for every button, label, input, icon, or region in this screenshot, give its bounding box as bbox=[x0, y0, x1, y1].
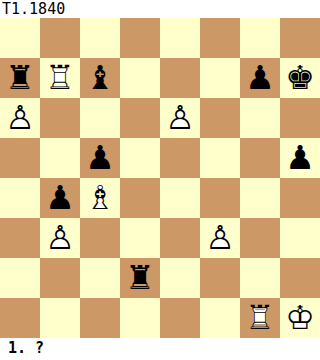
white-pawn: ♟♙ bbox=[160, 98, 200, 138]
square-d7[interactable] bbox=[120, 58, 160, 98]
square-f4[interactable] bbox=[200, 178, 240, 218]
square-c6[interactable] bbox=[80, 98, 120, 138]
black-pawn: ♟ bbox=[240, 58, 280, 98]
piece-fill: ♟ bbox=[280, 138, 320, 178]
square-d1[interactable] bbox=[120, 298, 160, 338]
piece-fill: ♟ bbox=[240, 58, 280, 98]
square-h2[interactable] bbox=[280, 258, 320, 298]
square-f5[interactable] bbox=[200, 138, 240, 178]
square-b7[interactable]: ♜♖ bbox=[40, 58, 80, 98]
move-prompt: 1. ? bbox=[0, 338, 320, 360]
black-bishop: ♝ bbox=[80, 58, 120, 98]
square-b4[interactable]: ♟ bbox=[40, 178, 80, 218]
square-d3[interactable] bbox=[120, 218, 160, 258]
piece-fill: ♜ bbox=[0, 58, 40, 98]
piece-outline: ♗ bbox=[80, 178, 120, 218]
square-h7[interactable]: ♚ bbox=[280, 58, 320, 98]
square-b8[interactable] bbox=[40, 18, 80, 58]
piece-outline: ♖ bbox=[240, 298, 280, 338]
square-b5[interactable] bbox=[40, 138, 80, 178]
square-e1[interactable] bbox=[160, 298, 200, 338]
piece-fill: ♝ bbox=[80, 58, 120, 98]
square-e3[interactable] bbox=[160, 218, 200, 258]
square-f3[interactable]: ♟♙ bbox=[200, 218, 240, 258]
square-b6[interactable] bbox=[40, 98, 80, 138]
square-e2[interactable] bbox=[160, 258, 200, 298]
chess-board: ♜♜♖♝♟♚♟♙♟♙♟♟♟♝♗♟♙♟♙♜♜♖♚♔ bbox=[0, 18, 320, 338]
black-pawn: ♟ bbox=[40, 178, 80, 218]
piece-fill: ♚ bbox=[280, 58, 320, 98]
white-pawn: ♟♙ bbox=[200, 218, 240, 258]
piece-outline: ♙ bbox=[0, 98, 40, 138]
square-d6[interactable] bbox=[120, 98, 160, 138]
puzzle-title: T1.1840 bbox=[0, 0, 320, 18]
square-c3[interactable] bbox=[80, 218, 120, 258]
square-e4[interactable] bbox=[160, 178, 200, 218]
piece-fill: ♜ bbox=[120, 258, 160, 298]
square-g3[interactable] bbox=[240, 218, 280, 258]
piece-fill: ♟ bbox=[80, 138, 120, 178]
square-h3[interactable] bbox=[280, 218, 320, 258]
piece-outline: ♙ bbox=[40, 218, 80, 258]
square-c8[interactable] bbox=[80, 18, 120, 58]
square-a4[interactable] bbox=[0, 178, 40, 218]
square-a7[interactable]: ♜ bbox=[0, 58, 40, 98]
square-a5[interactable] bbox=[0, 138, 40, 178]
white-rook: ♜♖ bbox=[240, 298, 280, 338]
piece-outline: ♖ bbox=[40, 58, 80, 98]
black-rook: ♜ bbox=[0, 58, 40, 98]
black-king: ♚ bbox=[280, 58, 320, 98]
square-h1[interactable]: ♚♔ bbox=[280, 298, 320, 338]
white-rook: ♜♖ bbox=[40, 58, 80, 98]
square-h4[interactable] bbox=[280, 178, 320, 218]
square-c1[interactable] bbox=[80, 298, 120, 338]
square-d4[interactable] bbox=[120, 178, 160, 218]
square-g7[interactable]: ♟ bbox=[240, 58, 280, 98]
square-h8[interactable] bbox=[280, 18, 320, 58]
square-g5[interactable] bbox=[240, 138, 280, 178]
square-c5[interactable]: ♟ bbox=[80, 138, 120, 178]
square-e7[interactable] bbox=[160, 58, 200, 98]
black-pawn: ♟ bbox=[80, 138, 120, 178]
square-g1[interactable]: ♜♖ bbox=[240, 298, 280, 338]
square-a8[interactable] bbox=[0, 18, 40, 58]
square-d5[interactable] bbox=[120, 138, 160, 178]
piece-outline: ♙ bbox=[200, 218, 240, 258]
piece-fill: ♟ bbox=[40, 178, 80, 218]
square-f6[interactable] bbox=[200, 98, 240, 138]
square-f2[interactable] bbox=[200, 258, 240, 298]
square-b2[interactable] bbox=[40, 258, 80, 298]
square-d2[interactable]: ♜ bbox=[120, 258, 160, 298]
square-h5[interactable]: ♟ bbox=[280, 138, 320, 178]
piece-outline: ♙ bbox=[160, 98, 200, 138]
square-e8[interactable] bbox=[160, 18, 200, 58]
square-d8[interactable] bbox=[120, 18, 160, 58]
square-a2[interactable] bbox=[0, 258, 40, 298]
black-pawn: ♟ bbox=[280, 138, 320, 178]
square-g2[interactable] bbox=[240, 258, 280, 298]
square-a6[interactable]: ♟♙ bbox=[0, 98, 40, 138]
white-king: ♚♔ bbox=[280, 298, 320, 338]
white-bishop: ♝♗ bbox=[80, 178, 120, 218]
square-e5[interactable] bbox=[160, 138, 200, 178]
square-f7[interactable] bbox=[200, 58, 240, 98]
square-c4[interactable]: ♝♗ bbox=[80, 178, 120, 218]
square-c2[interactable] bbox=[80, 258, 120, 298]
piece-outline: ♔ bbox=[280, 298, 320, 338]
white-pawn: ♟♙ bbox=[40, 218, 80, 258]
white-pawn: ♟♙ bbox=[0, 98, 40, 138]
square-f1[interactable] bbox=[200, 298, 240, 338]
square-a1[interactable] bbox=[0, 298, 40, 338]
black-rook: ♜ bbox=[120, 258, 160, 298]
square-a3[interactable] bbox=[0, 218, 40, 258]
square-c7[interactable]: ♝ bbox=[80, 58, 120, 98]
square-f8[interactable] bbox=[200, 18, 240, 58]
square-g6[interactable] bbox=[240, 98, 280, 138]
square-g4[interactable] bbox=[240, 178, 280, 218]
square-b3[interactable]: ♟♙ bbox=[40, 218, 80, 258]
square-e6[interactable]: ♟♙ bbox=[160, 98, 200, 138]
square-g8[interactable] bbox=[240, 18, 280, 58]
square-b1[interactable] bbox=[40, 298, 80, 338]
square-h6[interactable] bbox=[280, 98, 320, 138]
